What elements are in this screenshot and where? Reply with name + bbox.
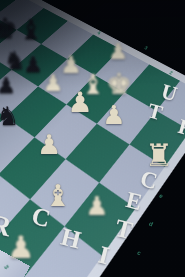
white-king-g3: ♚: [106, 70, 132, 99]
white-pawn-d2: ♟: [85, 193, 108, 219]
black-pawn-g6: ♟: [23, 54, 43, 76]
white-pawn-f5: ♟: [43, 72, 64, 95]
white-pawn-f3: ♟: [102, 102, 125, 128]
rank-label-3: 3: [144, 45, 149, 51]
white-pawn-f4: ♟: [67, 89, 92, 117]
black-knight-e5: ♞: [0, 103, 20, 129]
file-label-d: d: [148, 221, 154, 228]
chessboard-photo: 3 432edc ♟♟♟♝♚♟♟♟♜♝♟♟♚♝♞♟♟♞ RCHITECTUR: [0, 0, 185, 277]
white-pawn-e4: ♟: [37, 131, 61, 158]
black-king-h7: ♚: [0, 15, 18, 43]
file-label-c: c: [136, 250, 142, 257]
white-rook-f1: ♜: [145, 140, 173, 171]
black-bishop-g7: ♝: [19, 16, 43, 43]
black-pawn-f6: ♟: [0, 75, 16, 97]
file-label-e: e: [158, 193, 164, 200]
white-bishop-e2: ♝: [45, 181, 72, 211]
white-pawn-h4: ♟: [108, 41, 128, 63]
white-pawn-b2: ♟: [7, 232, 35, 263]
